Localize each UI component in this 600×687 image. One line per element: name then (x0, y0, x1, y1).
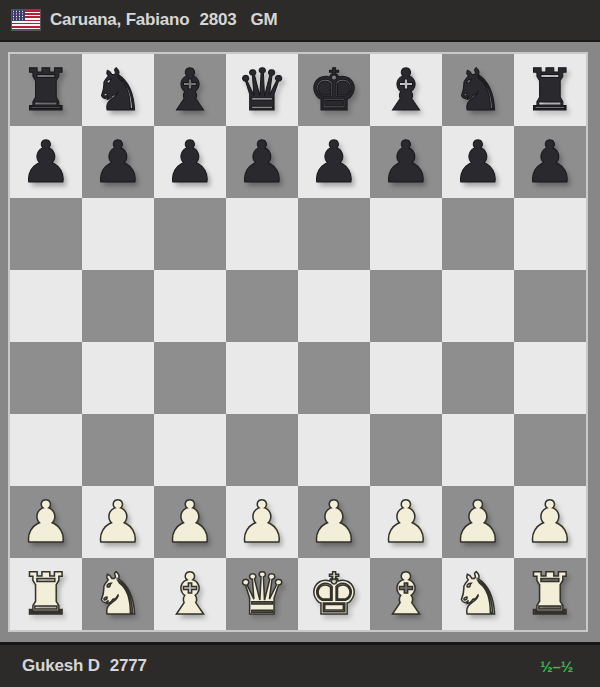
square-e5[interactable] (298, 270, 370, 342)
square-b5[interactable] (82, 270, 154, 342)
black-pawn-icon: ♟ (20, 127, 72, 197)
square-g7[interactable]: ♟ (442, 126, 514, 198)
white-bishop-icon: ♝ (380, 559, 432, 629)
square-g4[interactable] (442, 342, 514, 414)
square-f2[interactable]: ♟ (370, 486, 442, 558)
black-bishop-icon: ♝ (164, 55, 216, 125)
square-d2[interactable]: ♟ (226, 486, 298, 558)
square-h5[interactable] (514, 270, 586, 342)
square-a4[interactable] (10, 342, 82, 414)
square-e7[interactable]: ♟ (298, 126, 370, 198)
white-queen-icon: ♛ (236, 559, 288, 629)
square-f6[interactable] (370, 198, 442, 270)
square-g2[interactable]: ♟ (442, 486, 514, 558)
square-f5[interactable] (370, 270, 442, 342)
chess-viewer: Caruana, Fabiano 2803 GM ♜♞♝♛♚♝♞♜♟♟♟♟♟♟♟… (0, 0, 600, 687)
square-a3[interactable] (10, 414, 82, 486)
black-pawn-icon: ♟ (524, 127, 576, 197)
white-king-icon: ♚ (308, 559, 360, 629)
board-area: ♜♞♝♛♚♝♞♜♟♟♟♟♟♟♟♟♟♟♟♟♟♟♟♟♜♞♝♛♚♝♞♜ (0, 42, 600, 642)
square-h2[interactable]: ♟ (514, 486, 586, 558)
square-h3[interactable] (514, 414, 586, 486)
square-b1[interactable]: ♞ (82, 558, 154, 630)
square-b3[interactable] (82, 414, 154, 486)
square-a1[interactable]: ♜ (10, 558, 82, 630)
square-g5[interactable] (442, 270, 514, 342)
square-b8[interactable]: ♞ (82, 54, 154, 126)
white-pawn-icon: ♟ (92, 487, 144, 557)
game-result: ½–½ (540, 658, 573, 675)
black-pawn-icon: ♟ (164, 127, 216, 197)
square-f1[interactable]: ♝ (370, 558, 442, 630)
square-c5[interactable] (154, 270, 226, 342)
square-f7[interactable]: ♟ (370, 126, 442, 198)
white-pawn-icon: ♟ (236, 487, 288, 557)
square-g1[interactable]: ♞ (442, 558, 514, 630)
square-h1[interactable]: ♜ (514, 558, 586, 630)
white-pawn-icon: ♟ (524, 487, 576, 557)
square-g3[interactable] (442, 414, 514, 486)
square-c2[interactable]: ♟ (154, 486, 226, 558)
square-c4[interactable] (154, 342, 226, 414)
white-bishop-icon: ♝ (164, 559, 216, 629)
black-rook-icon: ♜ (20, 55, 72, 125)
square-c6[interactable] (154, 198, 226, 270)
black-rook-icon: ♜ (524, 55, 576, 125)
square-e3[interactable] (298, 414, 370, 486)
top-player-bar: Caruana, Fabiano 2803 GM (0, 0, 600, 42)
us-flag-icon (12, 10, 40, 30)
square-d8[interactable]: ♛ (226, 54, 298, 126)
white-pawn-icon: ♟ (452, 487, 504, 557)
bottom-player-bar: Gukesh D 2777 ½–½ (0, 642, 600, 687)
black-pawn-icon: ♟ (92, 127, 144, 197)
white-knight-icon: ♞ (452, 559, 504, 629)
square-h7[interactable]: ♟ (514, 126, 586, 198)
black-knight-icon: ♞ (92, 55, 144, 125)
square-f3[interactable] (370, 414, 442, 486)
white-rook-icon: ♜ (20, 559, 72, 629)
white-knight-icon: ♞ (92, 559, 144, 629)
white-pawn-icon: ♟ (20, 487, 72, 557)
black-bishop-icon: ♝ (380, 55, 432, 125)
white-pawn-icon: ♟ (308, 487, 360, 557)
square-f4[interactable] (370, 342, 442, 414)
black-pawn-icon: ♟ (236, 127, 288, 197)
white-rook-icon: ♜ (524, 559, 576, 629)
square-a6[interactable] (10, 198, 82, 270)
square-b4[interactable] (82, 342, 154, 414)
square-c1[interactable]: ♝ (154, 558, 226, 630)
black-knight-icon: ♞ (452, 55, 504, 125)
chess-board: ♜♞♝♛♚♝♞♜♟♟♟♟♟♟♟♟♟♟♟♟♟♟♟♟♜♞♝♛♚♝♞♜ (8, 52, 588, 632)
square-d3[interactable] (226, 414, 298, 486)
white-pawn-icon: ♟ (164, 487, 216, 557)
black-pawn-icon: ♟ (308, 127, 360, 197)
square-b2[interactable]: ♟ (82, 486, 154, 558)
square-g8[interactable]: ♞ (442, 54, 514, 126)
square-c3[interactable] (154, 414, 226, 486)
square-e8[interactable]: ♚ (298, 54, 370, 126)
square-b6[interactable] (82, 198, 154, 270)
black-pawn-icon: ♟ (452, 127, 504, 197)
square-h4[interactable] (514, 342, 586, 414)
black-king-icon: ♚ (308, 55, 360, 125)
square-a5[interactable] (10, 270, 82, 342)
square-f8[interactable]: ♝ (370, 54, 442, 126)
black-queen-icon: ♛ (236, 55, 288, 125)
square-d1[interactable]: ♛ (226, 558, 298, 630)
square-c7[interactable]: ♟ (154, 126, 226, 198)
square-b7[interactable]: ♟ (82, 126, 154, 198)
top-player-title: GM (250, 10, 277, 30)
black-pawn-icon: ♟ (380, 127, 432, 197)
square-h8[interactable]: ♜ (514, 54, 586, 126)
top-player-rating: 2803 (199, 10, 236, 30)
square-a7[interactable]: ♟ (10, 126, 82, 198)
top-player-name: Caruana, Fabiano (50, 10, 189, 30)
square-d4[interactable] (226, 342, 298, 414)
square-d6[interactable] (226, 198, 298, 270)
square-e6[interactable] (298, 198, 370, 270)
square-a8[interactable]: ♜ (10, 54, 82, 126)
bottom-player-rating: 2777 (110, 656, 147, 676)
square-a2[interactable]: ♟ (10, 486, 82, 558)
square-e2[interactable]: ♟ (298, 486, 370, 558)
square-d7[interactable]: ♟ (226, 126, 298, 198)
square-h6[interactable] (514, 198, 586, 270)
us-flag-canton (12, 10, 25, 21)
square-g6[interactable] (442, 198, 514, 270)
square-c8[interactable]: ♝ (154, 54, 226, 126)
square-e1[interactable]: ♚ (298, 558, 370, 630)
square-e4[interactable] (298, 342, 370, 414)
square-d5[interactable] (226, 270, 298, 342)
bottom-player-name: Gukesh D (22, 656, 100, 676)
white-pawn-icon: ♟ (380, 487, 432, 557)
